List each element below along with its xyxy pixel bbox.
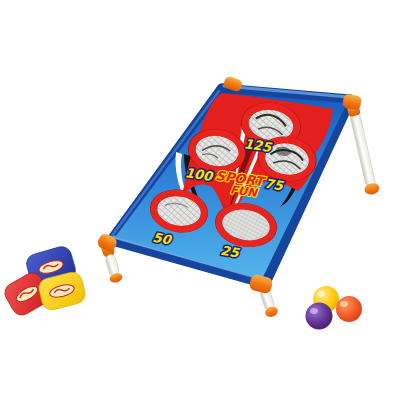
- ball-orange: [336, 296, 362, 322]
- toss-game-scene: 125 100 75 50 25 SPORT FUN: [0, 0, 400, 400]
- ball-purple: [306, 303, 333, 330]
- frame-leg-right: [345, 102, 380, 196]
- product-photo: 125 100 75 50 25 SPORT FUN: [0, 0, 400, 400]
